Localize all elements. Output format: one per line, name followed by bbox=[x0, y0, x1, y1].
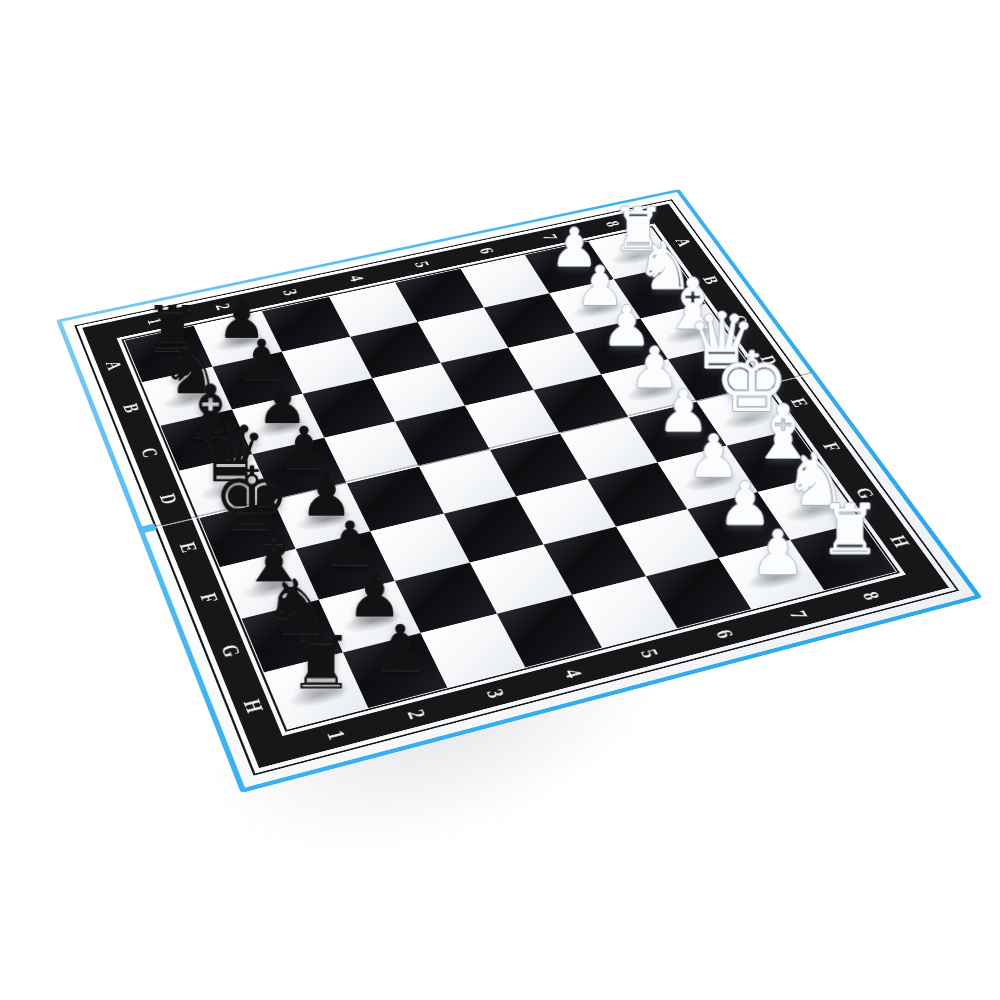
black-rook-glyph: ♜ bbox=[265, 627, 376, 701]
white-pawn-glyph: ♟ bbox=[724, 522, 830, 584]
board-photo-scene: ♜♟♟♜♞♟♟♞♝♟♟♝♛♟♟♛♚♟♟♚♝♟♟♝♞♟♟♞♜♟♟♜ 1234567… bbox=[0, 0, 1000, 1000]
